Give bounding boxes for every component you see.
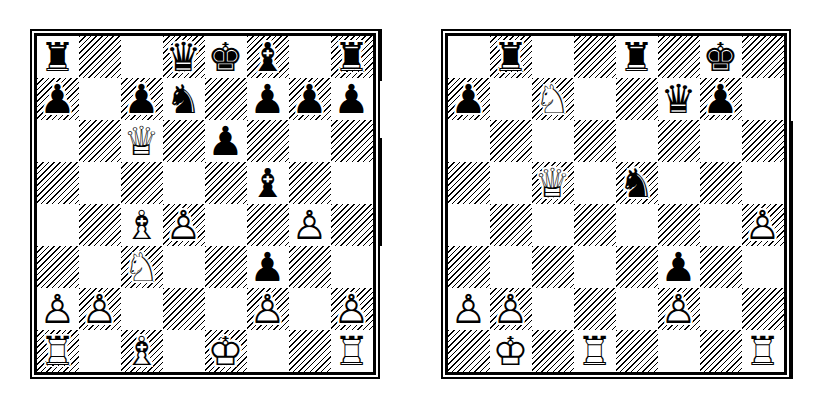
square-e7 — [205, 78, 247, 120]
piece-glyph: ♗ — [121, 204, 163, 246]
board-border-right: ♜♜♜♜♚♚♟♟♞♘♛♛♟♟♛♕♞♞♟♙♟♟♟♙♟♙♟♙♚♔♜♖♜♖ — [445, 33, 787, 375]
white-knight-c3: ♞♘ — [121, 246, 163, 288]
square-a6 — [448, 120, 490, 162]
black-pawn-a7: ♟♟ — [37, 78, 79, 120]
white-king-b1: ♚♔ — [490, 330, 532, 372]
black-pawn-h7: ♟♟ — [331, 78, 373, 120]
black-knight-d7: ♞♞ — [163, 78, 205, 120]
square-g8: ♚♚ — [700, 36, 742, 78]
square-a8 — [448, 36, 490, 78]
black-pawn-g7: ♟♟ — [700, 78, 742, 120]
square-h3 — [331, 246, 373, 288]
piece-glyph: ♟ — [289, 78, 331, 120]
square-f5 — [658, 162, 700, 204]
square-d8 — [574, 36, 616, 78]
square-h3 — [742, 246, 784, 288]
square-g6 — [700, 120, 742, 162]
square-d3 — [163, 246, 205, 288]
square-h4 — [331, 204, 373, 246]
square-g2 — [700, 288, 742, 330]
square-c4 — [532, 204, 574, 246]
square-e3 — [205, 246, 247, 288]
square-b3 — [490, 246, 532, 288]
square-e8: ♜♜ — [616, 36, 658, 78]
black-pawn-e6: ♟♟ — [205, 120, 247, 162]
black-pawn-f7: ♟♟ — [247, 78, 289, 120]
white-pawn-h2: ♟♙ — [331, 288, 373, 330]
square-g5 — [289, 162, 331, 204]
square-e1 — [616, 330, 658, 372]
piece-glyph: ♚ — [205, 36, 247, 78]
piece-glyph: ♟ — [121, 78, 163, 120]
square-g2 — [289, 288, 331, 330]
square-e7 — [616, 78, 658, 120]
square-h5 — [331, 162, 373, 204]
black-bishop-f8: ♝♝ — [247, 36, 289, 78]
square-e5: ♞♞ — [616, 162, 658, 204]
square-b6 — [79, 120, 121, 162]
square-g3 — [289, 246, 331, 288]
piece-glyph: ♜ — [490, 36, 532, 78]
white-bishop-c4: ♝♗ — [121, 204, 163, 246]
piece-glyph: ♟ — [37, 78, 79, 120]
piece-glyph: ♜ — [331, 36, 373, 78]
square-c6 — [532, 120, 574, 162]
white-pawn-f2: ♟♙ — [658, 288, 700, 330]
black-pawn-c7: ♟♟ — [121, 78, 163, 120]
square-f2: ♟♙ — [247, 288, 289, 330]
black-pawn-g7: ♟♟ — [289, 78, 331, 120]
square-h8 — [742, 36, 784, 78]
square-b5 — [79, 162, 121, 204]
piece-glyph: ♟ — [205, 120, 247, 162]
square-c3: ♞♘ — [121, 246, 163, 288]
piece-glyph: ♝ — [247, 36, 289, 78]
white-king-e1: ♚♔ — [205, 330, 247, 372]
piece-glyph: ♜ — [37, 36, 79, 78]
piece-glyph: ♖ — [37, 330, 79, 372]
square-g6 — [289, 120, 331, 162]
piece-glyph: ♟ — [658, 246, 700, 288]
square-b8: ♜♜ — [490, 36, 532, 78]
square-h2 — [742, 288, 784, 330]
square-e2 — [616, 288, 658, 330]
square-e5 — [205, 162, 247, 204]
square-g5 — [700, 162, 742, 204]
square-d4: ♟♙ — [163, 204, 205, 246]
square-d6 — [574, 120, 616, 162]
piece-glyph: ♗ — [121, 330, 163, 372]
square-g3 — [700, 246, 742, 288]
white-pawn-b2: ♟♙ — [79, 288, 121, 330]
square-a3 — [448, 246, 490, 288]
black-bishop-f5: ♝♝ — [247, 162, 289, 204]
square-f7: ♛♛ — [658, 78, 700, 120]
piece-glyph: ♟ — [700, 78, 742, 120]
square-c1: ♝♗ — [121, 330, 163, 372]
square-c5 — [121, 162, 163, 204]
square-g1 — [700, 330, 742, 372]
square-a4 — [37, 204, 79, 246]
square-a5 — [37, 162, 79, 204]
square-c2 — [121, 288, 163, 330]
square-f5: ♝♝ — [247, 162, 289, 204]
board-grid-right: ♜♜♜♜♚♚♟♟♞♘♛♛♟♟♛♕♞♞♟♙♟♟♟♙♟♙♟♙♚♔♜♖♜♖ — [448, 36, 784, 372]
piece-glyph: ♙ — [742, 204, 784, 246]
square-f2: ♟♙ — [658, 288, 700, 330]
chess-diagram-right: ♜♜♜♜♚♚♟♟♞♘♛♛♟♟♛♕♞♞♟♙♟♟♟♙♟♙♟♙♚♔♜♖♜♖ — [441, 29, 791, 379]
piece-glyph: ♚ — [700, 36, 742, 78]
black-rook-e8: ♜♜ — [616, 36, 658, 78]
square-d7: ♞♞ — [163, 78, 205, 120]
white-pawn-g4: ♟♙ — [289, 204, 331, 246]
board-border-left: ♜♜♛♛♚♚♝♝♜♜♟♟♟♟♞♞♟♟♟♟♟♟♛♕♟♟♝♝♝♗♟♙♟♙♞♘♟♟♟♙… — [34, 33, 376, 375]
piece-glyph: ♙ — [331, 288, 373, 330]
square-e6 — [616, 120, 658, 162]
white-rook-d1: ♜♖ — [574, 330, 616, 372]
black-queen-d8: ♛♛ — [163, 36, 205, 78]
square-b2: ♟♙ — [490, 288, 532, 330]
piece-glyph: ♙ — [448, 288, 490, 330]
square-f6 — [247, 120, 289, 162]
square-d7 — [574, 78, 616, 120]
square-d5 — [574, 162, 616, 204]
black-king-g8: ♚♚ — [700, 36, 742, 78]
square-e1: ♚♔ — [205, 330, 247, 372]
square-d3 — [574, 246, 616, 288]
black-pawn-f3: ♟♟ — [658, 246, 700, 288]
square-h5 — [742, 162, 784, 204]
piece-glyph: ♟ — [247, 246, 289, 288]
square-a2: ♟♙ — [37, 288, 79, 330]
chess-diagram-left: ♜♜♛♛♚♚♝♝♜♜♟♟♟♟♞♞♟♟♟♟♟♟♛♕♟♟♝♝♝♗♟♙♟♙♞♘♟♟♟♙… — [30, 29, 380, 379]
square-c8 — [532, 36, 574, 78]
square-f8 — [658, 36, 700, 78]
white-pawn-f2: ♟♙ — [247, 288, 289, 330]
piece-glyph: ♞ — [163, 78, 205, 120]
square-b5 — [490, 162, 532, 204]
square-f3: ♟♟ — [247, 246, 289, 288]
piece-glyph: ♔ — [490, 330, 532, 372]
chess-diagrams-row: ♜♜♛♛♚♚♝♝♜♜♟♟♟♟♞♞♟♟♟♟♟♟♛♕♟♟♝♝♝♗♟♙♟♙♞♘♟♟♟♙… — [0, 0, 820, 379]
square-h1: ♜♖ — [331, 330, 373, 372]
piece-glyph: ♟ — [448, 78, 490, 120]
square-e2 — [205, 288, 247, 330]
square-d8: ♛♛ — [163, 36, 205, 78]
piece-glyph: ♖ — [574, 330, 616, 372]
square-h7 — [742, 78, 784, 120]
white-bishop-c1: ♝♗ — [121, 330, 163, 372]
square-b8 — [79, 36, 121, 78]
square-b7 — [79, 78, 121, 120]
square-g4 — [700, 204, 742, 246]
white-pawn-b2: ♟♙ — [490, 288, 532, 330]
square-h1: ♜♖ — [742, 330, 784, 372]
black-pawn-f3: ♟♟ — [247, 246, 289, 288]
square-e4 — [616, 204, 658, 246]
square-g4: ♟♙ — [289, 204, 331, 246]
piece-glyph: ♝ — [247, 162, 289, 204]
white-knight-c7: ♞♘ — [532, 78, 574, 120]
square-f7: ♟♟ — [247, 78, 289, 120]
white-rook-h1: ♜♖ — [331, 330, 373, 372]
white-rook-a1: ♜♖ — [37, 330, 79, 372]
white-pawn-d4: ♟♙ — [163, 204, 205, 246]
piece-glyph: ♕ — [532, 162, 574, 204]
square-h7: ♟♟ — [331, 78, 373, 120]
square-b2: ♟♙ — [79, 288, 121, 330]
square-a1: ♜♖ — [37, 330, 79, 372]
piece-glyph: ♙ — [490, 288, 532, 330]
white-pawn-h4: ♟♙ — [742, 204, 784, 246]
black-king-e8: ♚♚ — [205, 36, 247, 78]
square-b1: ♚♔ — [490, 330, 532, 372]
white-queen-c5: ♛♕ — [532, 162, 574, 204]
white-rook-h1: ♜♖ — [742, 330, 784, 372]
square-c4: ♝♗ — [121, 204, 163, 246]
square-d4 — [574, 204, 616, 246]
black-rook-h8: ♜♜ — [331, 36, 373, 78]
square-a3 — [37, 246, 79, 288]
piece-glyph: ♖ — [742, 330, 784, 372]
square-d2 — [574, 288, 616, 330]
piece-glyph: ♘ — [532, 78, 574, 120]
black-rook-b8: ♜♜ — [490, 36, 532, 78]
square-a7: ♟♟ — [448, 78, 490, 120]
piece-glyph: ♙ — [289, 204, 331, 246]
square-a2: ♟♙ — [448, 288, 490, 330]
square-b4 — [490, 204, 532, 246]
square-e4 — [205, 204, 247, 246]
square-d6 — [163, 120, 205, 162]
square-f1 — [658, 330, 700, 372]
square-f8: ♝♝ — [247, 36, 289, 78]
square-a5 — [448, 162, 490, 204]
piece-glyph: ♙ — [163, 204, 205, 246]
piece-glyph: ♙ — [79, 288, 121, 330]
square-f4 — [658, 204, 700, 246]
square-f6 — [658, 120, 700, 162]
piece-glyph: ♞ — [616, 162, 658, 204]
square-c2 — [532, 288, 574, 330]
square-c3 — [532, 246, 574, 288]
square-f3: ♟♟ — [658, 246, 700, 288]
square-c7: ♞♘ — [532, 78, 574, 120]
square-g7: ♟♟ — [700, 78, 742, 120]
square-h8: ♜♜ — [331, 36, 373, 78]
piece-glyph: ♕ — [121, 120, 163, 162]
piece-glyph: ♛ — [658, 78, 700, 120]
piece-glyph: ♟ — [247, 78, 289, 120]
piece-glyph: ♜ — [616, 36, 658, 78]
square-h6 — [742, 120, 784, 162]
square-c5: ♛♕ — [532, 162, 574, 204]
piece-glyph: ♙ — [247, 288, 289, 330]
board-grid-left: ♜♜♛♛♚♚♝♝♜♜♟♟♟♟♞♞♟♟♟♟♟♟♛♕♟♟♝♝♝♗♟♙♟♙♞♘♟♟♟♙… — [37, 36, 373, 372]
square-e8: ♚♚ — [205, 36, 247, 78]
black-knight-e5: ♞♞ — [616, 162, 658, 204]
square-f1 — [247, 330, 289, 372]
square-a6 — [37, 120, 79, 162]
square-g7: ♟♟ — [289, 78, 331, 120]
black-queen-f7: ♛♛ — [658, 78, 700, 120]
square-b1 — [79, 330, 121, 372]
square-d1 — [163, 330, 205, 372]
piece-glyph: ♙ — [658, 288, 700, 330]
square-d5 — [163, 162, 205, 204]
square-h2: ♟♙ — [331, 288, 373, 330]
square-g8 — [289, 36, 331, 78]
square-b4 — [79, 204, 121, 246]
square-a7: ♟♟ — [37, 78, 79, 120]
square-h4: ♟♙ — [742, 204, 784, 246]
square-a1 — [448, 330, 490, 372]
piece-glyph: ♛ — [163, 36, 205, 78]
square-c6: ♛♕ — [121, 120, 163, 162]
square-g1 — [289, 330, 331, 372]
piece-glyph: ♖ — [331, 330, 373, 372]
black-rook-a8: ♜♜ — [37, 36, 79, 78]
square-c7: ♟♟ — [121, 78, 163, 120]
square-d2 — [163, 288, 205, 330]
piece-glyph: ♘ — [121, 246, 163, 288]
piece-glyph: ♔ — [205, 330, 247, 372]
square-b7 — [490, 78, 532, 120]
square-e3 — [616, 246, 658, 288]
square-c1 — [532, 330, 574, 372]
white-pawn-a2: ♟♙ — [37, 288, 79, 330]
white-queen-c6: ♛♕ — [121, 120, 163, 162]
square-f4 — [247, 204, 289, 246]
black-pawn-a7: ♟♟ — [448, 78, 490, 120]
piece-glyph: ♙ — [37, 288, 79, 330]
square-a8: ♜♜ — [37, 36, 79, 78]
square-e6: ♟♟ — [205, 120, 247, 162]
square-c8 — [121, 36, 163, 78]
square-b3 — [79, 246, 121, 288]
white-pawn-a2: ♟♙ — [448, 288, 490, 330]
square-h6 — [331, 120, 373, 162]
square-b6 — [490, 120, 532, 162]
piece-glyph: ♟ — [331, 78, 373, 120]
square-d1: ♜♖ — [574, 330, 616, 372]
square-a4 — [448, 204, 490, 246]
